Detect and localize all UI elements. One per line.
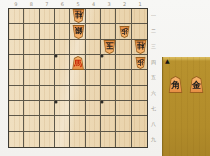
board-cell-4五[interactable] bbox=[86, 70, 101, 85]
rank-label-八: 八 bbox=[149, 117, 158, 133]
board-cell-1二[interactable] bbox=[132, 24, 147, 39]
board-cell-7三[interactable] bbox=[40, 40, 55, 55]
file-label-3: 3 bbox=[101, 1, 117, 7]
board-cell-1五[interactable] bbox=[132, 70, 147, 85]
file-label-5: 5 bbox=[70, 1, 86, 7]
piece-glyph: 歩 bbox=[137, 57, 144, 69]
piece-glyph: 玉 bbox=[105, 41, 113, 54]
board-cell-6三[interactable] bbox=[55, 40, 70, 55]
board-cell-8三[interactable] bbox=[24, 40, 39, 55]
shogi-diagram: ▲ 角金 987654321一二三四五六七八九桂銀歩玉桂馬歩 bbox=[0, 0, 210, 156]
board-cell-7四[interactable] bbox=[40, 55, 55, 70]
board-cell-3五[interactable] bbox=[101, 70, 116, 85]
board-cell-4六[interactable] bbox=[86, 86, 101, 101]
rank-label-四: 四 bbox=[149, 55, 158, 71]
piece-face: 歩 bbox=[120, 27, 129, 37]
board-cell-8一[interactable] bbox=[24, 9, 39, 24]
piece-face: 歩 bbox=[136, 58, 145, 68]
piece-glyph: 金 bbox=[192, 77, 201, 92]
board-cell-9五[interactable] bbox=[9, 70, 24, 85]
board-cell-6二[interactable] bbox=[55, 24, 70, 39]
rank-label-三: 三 bbox=[149, 39, 158, 55]
rank-label-九: 九 bbox=[149, 132, 158, 148]
board-cell-2七[interactable] bbox=[116, 101, 131, 116]
board-cell-5三[interactable] bbox=[70, 40, 85, 55]
star-point bbox=[101, 54, 104, 57]
board-cell-4八[interactable] bbox=[86, 116, 101, 131]
board-cell-4四[interactable] bbox=[86, 55, 101, 70]
board-cell-9八[interactable] bbox=[9, 116, 24, 131]
board-cell-2九[interactable] bbox=[116, 132, 131, 147]
board-cell-4三[interactable] bbox=[86, 40, 101, 55]
board-cell-7一[interactable] bbox=[40, 9, 55, 24]
board-cell-5五[interactable] bbox=[70, 70, 85, 85]
piece-face: 金 bbox=[190, 77, 203, 92]
file-label-1: 1 bbox=[132, 1, 148, 7]
board-cell-2一[interactable] bbox=[116, 9, 131, 24]
board-cell-5六[interactable] bbox=[70, 86, 85, 101]
file-label-4: 4 bbox=[86, 1, 102, 7]
star-point bbox=[54, 54, 57, 57]
board-cell-1一[interactable] bbox=[132, 9, 147, 24]
board-cell-3六[interactable] bbox=[101, 86, 116, 101]
board-cell-3二[interactable] bbox=[101, 24, 116, 39]
board-cell-7八[interactable] bbox=[40, 116, 55, 131]
piece-glyph: 馬 bbox=[74, 56, 82, 69]
board-cell-8四[interactable] bbox=[24, 55, 39, 70]
board-cell-1八[interactable] bbox=[132, 116, 147, 131]
board-cell-9三[interactable] bbox=[9, 40, 24, 55]
board-cell-6六[interactable] bbox=[55, 86, 70, 101]
board-cell-4一[interactable] bbox=[86, 9, 101, 24]
board-cell-7五[interactable] bbox=[40, 70, 55, 85]
piece-glyph: 桂 bbox=[136, 41, 144, 54]
piece-face: 角 bbox=[169, 77, 182, 92]
board-cell-7六[interactable] bbox=[40, 86, 55, 101]
file-label-7: 7 bbox=[39, 1, 55, 7]
board-cell-4二[interactable] bbox=[86, 24, 101, 39]
rank-label-五: 五 bbox=[149, 70, 158, 86]
piece-glyph: 桂 bbox=[74, 10, 82, 23]
board-cell-9一[interactable] bbox=[9, 9, 24, 24]
board-cell-9六[interactable] bbox=[9, 86, 24, 101]
komadai-sente: ▲ 角金 bbox=[162, 57, 210, 156]
board-cell-2八[interactable] bbox=[116, 116, 131, 131]
file-label-6: 6 bbox=[55, 1, 71, 7]
board-cell-6七[interactable] bbox=[55, 101, 70, 116]
piece-glyph: 角 bbox=[171, 77, 180, 92]
board-cell-8八[interactable] bbox=[24, 116, 39, 131]
star-point bbox=[101, 101, 104, 104]
board-cell-6一[interactable] bbox=[55, 9, 70, 24]
board-cell-6四[interactable] bbox=[55, 55, 70, 70]
piece-glyph: 銀 bbox=[74, 25, 82, 38]
board-cell-8二[interactable] bbox=[24, 24, 39, 39]
board-cell-1九[interactable] bbox=[132, 132, 147, 147]
file-label-2: 2 bbox=[117, 1, 133, 7]
board-cell-9二[interactable] bbox=[9, 24, 24, 39]
sente-hand-marker: ▲ bbox=[165, 57, 170, 64]
board-cell-8六[interactable] bbox=[24, 86, 39, 101]
board-cell-5七[interactable] bbox=[70, 101, 85, 116]
rank-label-一: 一 bbox=[149, 8, 158, 24]
file-label-8: 8 bbox=[24, 1, 40, 7]
board-cell-1六[interactable] bbox=[132, 86, 147, 101]
board-cell-7七[interactable] bbox=[40, 101, 55, 116]
rank-label-六: 六 bbox=[149, 86, 158, 102]
board-cell-3四[interactable] bbox=[101, 55, 116, 70]
board-cell-9四[interactable] bbox=[9, 55, 24, 70]
board-cell-7九[interactable] bbox=[40, 132, 55, 147]
board-cell-2五[interactable] bbox=[116, 70, 131, 85]
board-cell-3八[interactable] bbox=[101, 116, 116, 131]
board-cell-6九[interactable] bbox=[55, 132, 70, 147]
board-cell-5八[interactable] bbox=[70, 116, 85, 131]
file-label-9: 9 bbox=[8, 1, 24, 7]
board-cell-2三[interactable] bbox=[116, 40, 131, 55]
hand-piece-sente-角[interactable]: 角 bbox=[168, 76, 183, 93]
board-cell-9七[interactable] bbox=[9, 101, 24, 116]
board-cell-4九[interactable] bbox=[86, 132, 101, 147]
board-cell-1七[interactable] bbox=[132, 101, 147, 116]
board-cell-8七[interactable] bbox=[24, 101, 39, 116]
star-point bbox=[54, 101, 57, 104]
board-cell-3九[interactable] bbox=[101, 132, 116, 147]
board-cell-6八[interactable] bbox=[55, 116, 70, 131]
rank-label-二: 二 bbox=[149, 24, 158, 40]
hand-piece-sente-金[interactable]: 金 bbox=[189, 76, 204, 93]
board-cell-5九[interactable] bbox=[70, 132, 85, 147]
rank-label-七: 七 bbox=[149, 101, 158, 117]
piece-face: 馬 bbox=[73, 57, 84, 69]
board-cell-3一[interactable] bbox=[101, 9, 116, 24]
board-cell-9九[interactable] bbox=[9, 132, 24, 147]
board-cell-6五[interactable] bbox=[55, 70, 70, 85]
board-cell-8五[interactable] bbox=[24, 70, 39, 85]
board-cell-2四[interactable] bbox=[116, 55, 131, 70]
piece-glyph: 歩 bbox=[121, 26, 128, 38]
board-cell-2六[interactable] bbox=[116, 86, 131, 101]
board-cell-8九[interactable] bbox=[24, 132, 39, 147]
board-cell-7二[interactable] bbox=[40, 24, 55, 39]
board-cell-4七[interactable] bbox=[86, 101, 101, 116]
